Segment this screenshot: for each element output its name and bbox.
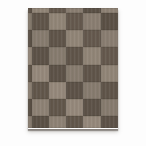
board-square xyxy=(101,116,118,128)
board-square xyxy=(32,13,49,30)
board-square xyxy=(32,116,49,128)
board-square xyxy=(32,47,49,64)
board-square xyxy=(83,116,100,128)
board-square xyxy=(101,30,118,47)
board-square xyxy=(66,13,83,30)
board-square xyxy=(101,99,118,116)
board-square xyxy=(32,30,49,47)
board-square xyxy=(83,13,100,30)
board-square xyxy=(49,82,66,99)
board-square xyxy=(32,65,49,82)
board-square xyxy=(83,30,100,47)
board-square xyxy=(66,99,83,116)
board-square xyxy=(101,65,118,82)
product-photo-scene xyxy=(0,0,146,146)
board-square xyxy=(101,82,118,99)
board-square xyxy=(49,30,66,47)
checkerboard xyxy=(28,8,118,129)
board-square xyxy=(49,116,66,128)
board-square xyxy=(49,47,66,64)
board-square xyxy=(83,65,100,82)
board-square xyxy=(66,47,83,64)
board-square xyxy=(32,99,49,116)
board-square xyxy=(101,13,118,30)
board-square xyxy=(66,65,83,82)
board-square xyxy=(49,99,66,116)
board-square xyxy=(83,82,100,99)
board-square xyxy=(83,99,100,116)
board-square xyxy=(66,30,83,47)
board-square xyxy=(66,82,83,99)
board-square xyxy=(49,65,66,82)
board-square xyxy=(83,47,100,64)
board-square xyxy=(32,82,49,99)
board-square xyxy=(49,13,66,30)
board-square xyxy=(101,47,118,64)
board-square xyxy=(66,116,83,128)
